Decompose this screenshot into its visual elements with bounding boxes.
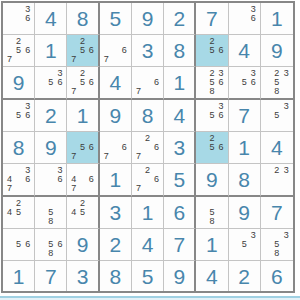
empty-candidate-slot [111,55,120,64]
candidate-6: 6 [152,175,161,184]
candidate-5: 5 [14,208,23,217]
cell-r6c7[interactable]: 9 [196,164,228,197]
empty-candidate-slot [23,217,32,226]
candidate-8: 8 [272,87,281,96]
cell-r3c6[interactable]: 1 [164,67,196,100]
empty-candidate-slot [282,249,291,258]
cell-r7c3[interactable]: 245 [67,197,99,229]
empty-candidate-slot [14,14,23,23]
empty-candidate-slot [240,87,249,96]
cell-r8c1[interactable]: 56 [3,229,35,261]
cell-r5c3[interactable]: 567 [67,132,99,164]
cell-r5c8[interactable]: 1 [229,132,261,164]
empty-candidate-slot [37,69,46,78]
empty-candidate-slot [78,217,87,226]
cell-r3c7[interactable]: 23568 [196,67,228,100]
empty-candidate-slot [37,184,46,193]
empty-candidate-slot [87,55,96,64]
candidate-6: 6 [23,240,32,249]
candidate-7: 7 [69,152,78,161]
cell-r3c5[interactable]: 67 [132,67,164,100]
cell-value: 7 [173,234,185,255]
candidate-5: 5 [78,208,87,217]
cell-r9c4[interactable]: 8 [100,261,132,291]
candidate-7: 7 [5,184,14,193]
cell-value: 4 [45,8,57,29]
cell-r7c9[interactable]: 7 [261,197,293,229]
empty-candidate-slot [69,134,78,143]
empty-candidate-slot [46,87,55,96]
empty-candidate-slot [69,69,78,78]
cell-value: 9 [45,137,57,158]
empty-candidate-slot [87,208,96,217]
candidate-8: 8 [46,217,55,226]
cell-r5c9[interactable]: 4 [261,132,293,164]
candidate-2: 2 [143,166,152,175]
candidate-4: 4 [69,208,78,217]
candidate-3: 3 [282,166,291,175]
candidate-6: 6 [87,143,96,152]
empty-candidate-slot [69,217,78,226]
empty-candidate-slot [282,87,291,96]
cell-r9c5[interactable]: 5 [132,261,164,291]
empty-candidate-slot [240,23,249,32]
cell-r3c1[interactable]: 9 [3,67,35,100]
empty-candidate-slot [231,23,240,32]
empty-candidate-slot [152,184,161,193]
candidate-5: 5 [78,46,87,55]
cell-value: 3 [142,40,154,61]
empty-candidate-slot [23,120,32,129]
cell-r5c5[interactable]: 267 [132,132,164,164]
empty-candidate-slot [37,217,46,226]
empty-candidate-slot [152,152,161,161]
cell-value: 4 [238,40,250,61]
empty-candidate-slot [87,217,96,226]
empty-candidate-slot [120,152,129,161]
cell-value: 1 [45,40,57,61]
cell-r9c7[interactable]: 4 [196,261,228,291]
empty-candidate-slot [198,120,207,129]
empty-candidate-slot [37,166,46,175]
cell-r7c1[interactable]: 245 [3,197,35,229]
empty-candidate-slot [143,87,152,96]
cell-r1c4[interactable]: 5 [100,3,132,35]
empty-candidate-slot [216,120,225,129]
empty-candidate-slot [37,87,46,96]
empty-candidate-slot [5,23,14,32]
candidate-6: 6 [23,175,32,184]
candidate-6: 6 [55,78,64,87]
cell-value: 1 [206,234,218,255]
candidate-6: 6 [249,78,258,87]
cell-r3c3[interactable]: 2567 [67,67,99,100]
empty-candidate-slot [143,78,152,87]
cell-r6c1[interactable]: 3467 [3,164,35,197]
cell-r9c9[interactable]: 6 [261,261,293,291]
candidate-5: 5 [14,240,23,249]
empty-candidate-slot [69,37,78,46]
cell-r3c8[interactable]: 356 [229,67,261,100]
candidate-6: 6 [152,143,161,152]
empty-candidate-slot [102,134,111,143]
empty-candidate-slot [55,87,64,96]
empty-candidate-slot [87,199,96,208]
cell-r7c4[interactable]: 3 [100,197,132,229]
cell-value: 9 [271,40,283,61]
cell-r8c5[interactable]: 4 [132,229,164,261]
empty-candidate-slot [231,78,240,87]
candidate-5: 5 [207,111,216,120]
cell-r2c6[interactable]: 8 [164,35,196,67]
candidate-7: 7 [69,55,78,64]
candidate-7: 7 [5,55,14,64]
cell-r8c7[interactable]: 1 [196,229,228,261]
empty-candidate-slot [216,55,225,64]
empty-candidate-slot [37,231,46,240]
empty-candidate-slot [111,152,120,161]
empty-candidate-slot [198,46,207,55]
cell-r9c3[interactable]: 3 [67,261,99,291]
cell-r5c2[interactable]: 9 [35,132,67,164]
empty-candidate-slot [198,134,207,143]
cell-value: 3 [109,202,121,223]
candidate-6: 6 [216,111,225,120]
empty-candidate-slot [23,184,32,193]
empty-candidate-slot [263,231,272,240]
cell-value: 2 [238,266,250,287]
candidate-6: 6 [87,46,96,55]
cell-r4c2[interactable]: 2 [35,100,67,132]
cell-r6c5[interactable]: 267 [132,164,164,197]
cell-value: 5 [109,8,121,29]
candidate-4: 4 [5,208,14,217]
empty-candidate-slot [14,55,23,64]
empty-candidate-slot [207,152,216,161]
candidate-5: 5 [14,46,23,55]
cell-value: 8 [109,266,121,287]
candidate-6: 6 [120,143,129,152]
cell-r5c4[interactable]: 67 [100,132,132,164]
cell-value: 4 [173,105,185,126]
empty-candidate-slot [5,120,14,129]
candidate-5: 5 [240,240,249,249]
cell-r7c7[interactable]: 58 [196,197,228,229]
empty-candidate-slot [272,184,281,193]
candidate-7: 7 [134,184,143,193]
cell-r8c9[interactable]: 358 [261,229,293,261]
empty-candidate-slot [78,166,87,175]
candidate-6: 6 [23,14,32,23]
cell-r4c5[interactable]: 8 [132,100,164,132]
empty-candidate-slot [5,111,14,120]
empty-candidate-slot [216,217,225,226]
empty-candidate-slot [249,240,258,249]
cell-r4c6[interactable]: 4 [164,100,196,132]
empty-candidate-slot [198,69,207,78]
candidate-6: 6 [87,175,96,184]
empty-candidate-slot [240,249,249,258]
empty-candidate-slot [198,78,207,87]
empty-candidate-slot [198,199,207,208]
empty-candidate-slot [5,102,14,111]
empty-candidate-slot [272,120,281,129]
empty-candidate-slot [263,184,272,193]
cell-r3c9[interactable]: 2358 [261,67,293,100]
candidate-6: 6 [23,46,32,55]
empty-candidate-slot [14,5,23,14]
candidate-3: 3 [282,102,291,111]
cell-value: 8 [13,137,25,158]
empty-candidate-slot [23,249,32,258]
cell-r9c2[interactable]: 7 [35,261,67,291]
candidate-3: 3 [282,69,291,78]
empty-candidate-slot [198,152,207,161]
empty-candidate-slot [111,143,120,152]
cell-r4c1[interactable]: 356 [3,100,35,132]
cell-value: 7 [271,202,283,223]
empty-candidate-slot [14,166,23,175]
empty-candidate-slot [134,69,143,78]
cell-r1c8[interactable]: 36 [229,3,261,35]
cell-r9c6[interactable]: 9 [164,261,196,291]
cell-r6c6[interactable]: 5 [164,164,196,197]
empty-candidate-slot [5,231,14,240]
empty-candidate-slot [198,37,207,46]
cell-r8c2[interactable]: 568 [35,229,67,261]
cell-r1c1[interactable]: 36 [3,3,35,35]
empty-candidate-slot [55,217,64,226]
cell-r6c3[interactable]: 467 [67,164,99,197]
cell-value: 8 [238,169,250,190]
empty-candidate-slot [282,240,291,249]
empty-candidate-slot [216,87,225,96]
cell-r2c8[interactable]: 4 [229,35,261,67]
cell-r6c4[interactable]: 1 [100,164,132,197]
empty-candidate-slot [263,111,272,120]
candidate-2: 2 [143,134,152,143]
empty-candidate-slot [37,199,46,208]
cell-value: 2 [45,105,57,126]
cell-r9c1[interactable]: 1 [3,261,35,291]
cell-value: 9 [109,105,121,126]
candidate-6: 6 [23,111,32,120]
empty-candidate-slot [23,208,32,217]
cell-r3c2[interactable]: 356 [35,67,67,100]
cell-r8c3[interactable]: 9 [67,229,99,261]
empty-candidate-slot [23,23,32,32]
empty-candidate-slot [263,166,272,175]
candidate-7: 7 [69,184,78,193]
cell-value: 1 [13,266,25,287]
cell-r4c7[interactable]: 356 [196,100,228,132]
cell-r2c7[interactable]: 256 [196,35,228,67]
candidate-7: 7 [102,55,111,64]
candidate-5: 5 [14,111,23,120]
cell-value: 4 [142,234,154,255]
empty-candidate-slot [249,249,258,258]
empty-candidate-slot [263,78,272,87]
cell-r1c6[interactable]: 2 [164,3,196,35]
empty-candidate-slot [143,143,152,152]
candidate-5: 5 [46,78,55,87]
cell-r1c7[interactable]: 7 [196,3,228,35]
empty-candidate-slot [198,102,207,111]
cell-value: 9 [173,266,185,287]
empty-candidate-slot [111,46,120,55]
cell-r6c2[interactable]: 36 [35,164,67,197]
cell-value: 4 [271,137,283,158]
cell-value: 8 [142,105,154,126]
empty-candidate-slot [198,87,207,96]
empty-candidate-slot [111,134,120,143]
empty-candidate-slot [240,14,249,23]
candidate-8: 8 [207,217,216,226]
cell-r8c6[interactable]: 7 [164,229,196,261]
cell-r7c2[interactable]: 58 [35,197,67,229]
cell-r5c1[interactable]: 8 [3,132,35,164]
empty-candidate-slot [198,143,207,152]
candidate-8: 8 [46,249,55,258]
empty-candidate-slot [207,120,216,129]
empty-candidate-slot [143,184,152,193]
cell-value: 1 [77,105,89,126]
cell-r1c5[interactable]: 9 [132,3,164,35]
cell-r1c3[interactable]: 8 [67,3,99,35]
empty-candidate-slot [37,208,46,217]
empty-candidate-slot [14,249,23,258]
cell-r8c8[interactable]: 35 [229,229,261,261]
empty-candidate-slot [37,240,46,249]
candidate-6: 6 [120,46,129,55]
empty-candidate-slot [46,166,55,175]
empty-candidate-slot [46,175,55,184]
empty-candidate-slot [5,240,14,249]
candidate-5: 5 [240,78,249,87]
empty-candidate-slot [78,152,87,161]
cell-r2c3[interactable]: 2567 [67,35,99,67]
empty-candidate-slot [134,166,143,175]
candidate-7: 7 [69,87,78,96]
empty-candidate-slot [263,69,272,78]
cell-value: 9 [13,72,25,93]
cell-r6c9[interactable]: 23 [261,164,293,197]
candidate-6: 6 [216,78,225,87]
empty-candidate-slot [282,111,291,120]
empty-candidate-slot [55,249,64,258]
empty-candidate-slot [5,249,14,258]
cell-r7c8[interactable]: 9 [229,197,261,229]
empty-candidate-slot [216,208,225,217]
candidate-8: 8 [272,249,281,258]
empty-candidate-slot [14,23,23,32]
cell-r1c9[interactable]: 1 [261,3,293,35]
sudoku-board: 3648592736125671256767382564993562567467… [1,1,295,293]
empty-candidate-slot [263,175,272,184]
empty-candidate-slot [282,184,291,193]
candidate-6: 6 [216,143,225,152]
cell-value: 5 [173,169,185,190]
empty-candidate-slot [231,249,240,258]
cell-r2c9[interactable]: 9 [261,35,293,67]
empty-candidate-slot [87,184,96,193]
empty-candidate-slot [120,55,129,64]
empty-candidate-slot [231,87,240,96]
cell-value: 7 [238,105,250,126]
empty-candidate-slot [143,175,152,184]
cell-value: 1 [173,72,185,93]
cell-r5c6[interactable]: 3 [164,132,196,164]
cell-r2c4[interactable]: 67 [100,35,132,67]
empty-candidate-slot [263,120,272,129]
cell-r2c1[interactable]: 2567 [3,35,35,67]
empty-candidate-slot [55,208,64,217]
empty-candidate-slot [249,87,258,96]
cell-value: 9 [238,202,250,223]
cell-r4c3[interactable]: 1 [67,100,99,132]
candidate-7: 7 [134,152,143,161]
cell-value: 3 [173,137,185,158]
empty-candidate-slot [55,199,64,208]
empty-candidate-slot [198,111,207,120]
cell-value: 9 [142,8,154,29]
empty-candidate-slot [231,231,240,240]
cell-r4c8[interactable]: 7 [229,100,261,132]
candidate-5: 5 [272,111,281,120]
empty-candidate-slot [272,175,281,184]
candidate-2: 2 [272,166,281,175]
candidate-5: 5 [78,143,87,152]
empty-candidate-slot [282,78,291,87]
candidate-7: 7 [102,152,111,161]
cell-value: 1 [142,202,154,223]
empty-candidate-slot [14,175,23,184]
cell-r2c5[interactable]: 3 [132,35,164,67]
cell-r3c4[interactable]: 4 [100,67,132,100]
cell-r4c9[interactable]: 35 [261,100,293,132]
empty-candidate-slot [240,5,249,14]
empty-candidate-slot [78,55,87,64]
cell-r7c6[interactable]: 6 [164,197,196,229]
cell-r2c2[interactable]: 1 [35,35,67,67]
cell-r9c8[interactable]: 2 [229,261,261,291]
empty-candidate-slot [14,184,23,193]
candidate-5: 5 [207,143,216,152]
cell-r4c4[interactable]: 9 [100,100,132,132]
cell-value: 1 [109,169,121,190]
empty-candidate-slot [23,199,32,208]
empty-candidate-slot [143,69,152,78]
cell-r7c5[interactable]: 1 [132,197,164,229]
cell-r6c8[interactable]: 8 [229,164,261,197]
empty-candidate-slot [14,120,23,129]
cell-value: 1 [238,137,250,158]
cell-value: 5 [142,266,154,287]
cell-r8c4[interactable]: 2 [100,229,132,261]
empty-candidate-slot [216,152,225,161]
cell-r1c2[interactable]: 4 [35,3,67,35]
empty-candidate-slot [231,240,240,249]
empty-candidate-slot [37,249,46,258]
empty-candidate-slot [134,134,143,143]
empty-candidate-slot [249,23,258,32]
empty-candidate-slot [78,87,87,96]
cell-r5c7[interactable]: 256 [196,132,228,164]
cell-value: 4 [109,72,121,93]
empty-candidate-slot [263,240,272,249]
empty-candidate-slot [152,87,161,96]
empty-candidate-slot [14,217,23,226]
